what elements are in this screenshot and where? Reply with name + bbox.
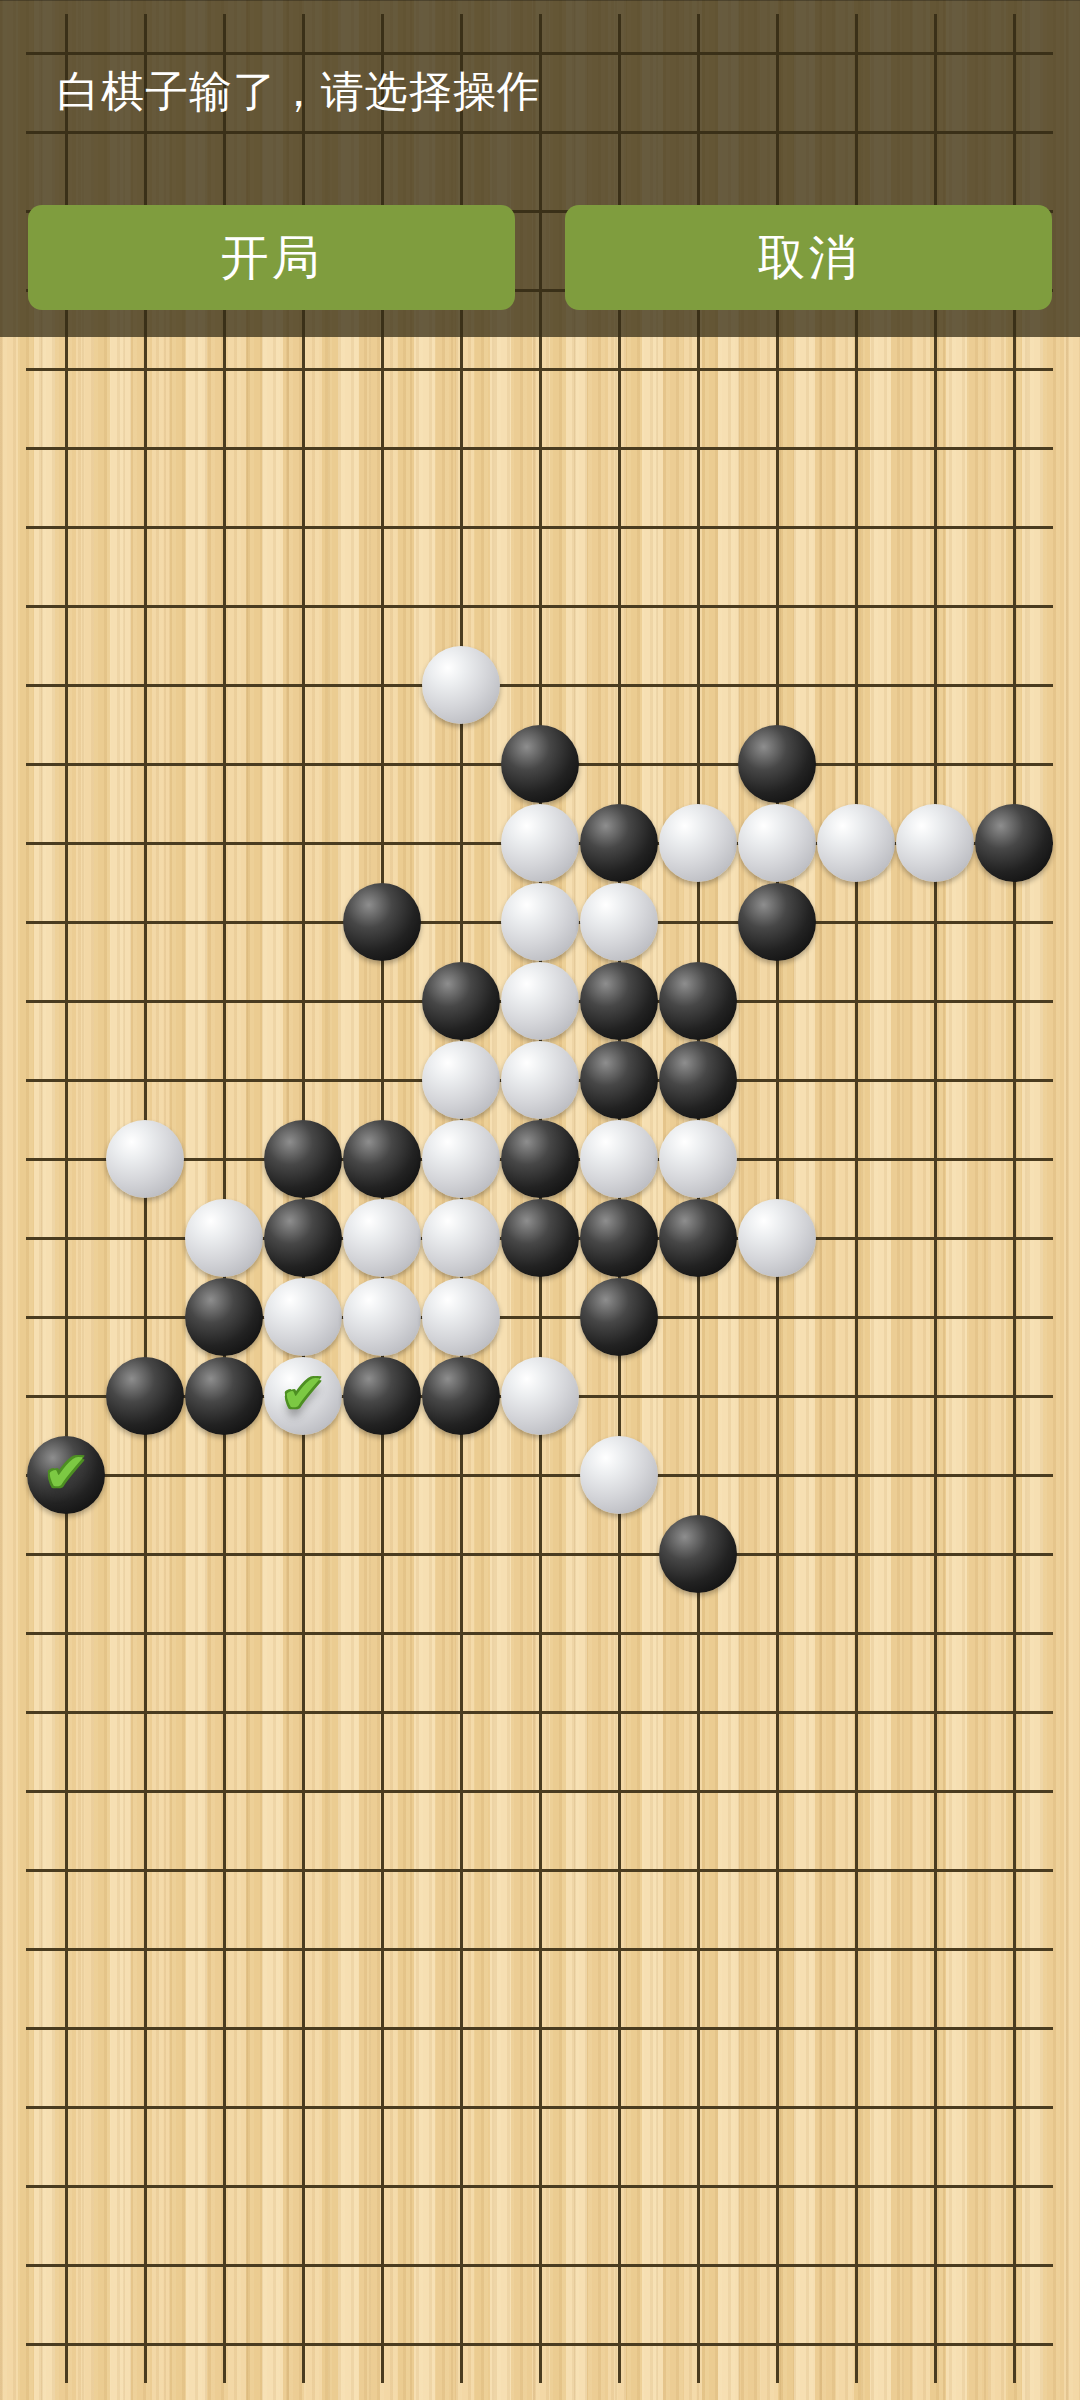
white-stone bbox=[501, 962, 579, 1040]
grid-line-horizontal bbox=[26, 684, 1053, 687]
white-stone bbox=[501, 1041, 579, 1119]
black-stone bbox=[185, 1357, 263, 1435]
grid-line-horizontal bbox=[26, 447, 1053, 450]
grid-line-horizontal bbox=[26, 1869, 1053, 1872]
white-stone bbox=[343, 1199, 421, 1277]
white-stone bbox=[817, 804, 895, 882]
black-stone bbox=[343, 883, 421, 961]
white-stone bbox=[580, 1120, 658, 1198]
black-stone bbox=[659, 962, 737, 1040]
white-stone bbox=[264, 1278, 342, 1356]
gomoku-app-screen: ✔✔ 白棋子输了，请选择操作 开局 取消 bbox=[0, 0, 1080, 2400]
grid-line-horizontal bbox=[26, 2264, 1053, 2267]
white-stone bbox=[422, 1278, 500, 1356]
grid-line-horizontal bbox=[26, 2106, 1053, 2109]
black-stone bbox=[343, 1120, 421, 1198]
black-stone bbox=[659, 1199, 737, 1277]
gomoku-board[interactable]: ✔✔ bbox=[0, 0, 1080, 2400]
last-move-check-icon: ✔ bbox=[43, 1445, 88, 1499]
black-stone bbox=[580, 962, 658, 1040]
white-stone bbox=[659, 804, 737, 882]
black-stone bbox=[659, 1515, 737, 1593]
grid-line-horizontal bbox=[26, 368, 1053, 371]
grid-line-horizontal bbox=[26, 526, 1053, 529]
white-stone bbox=[422, 1120, 500, 1198]
white-stone bbox=[580, 1436, 658, 1514]
new-game-button[interactable]: 开局 bbox=[28, 205, 515, 310]
white-stone bbox=[659, 1120, 737, 1198]
grid-line-horizontal bbox=[26, 1790, 1053, 1793]
black-stone bbox=[264, 1199, 342, 1277]
white-stone bbox=[738, 1199, 816, 1277]
white-stone bbox=[185, 1199, 263, 1277]
black-stone bbox=[975, 804, 1053, 882]
grid-line-horizontal bbox=[26, 1948, 1053, 1951]
white-stone bbox=[501, 804, 579, 882]
grid-line-horizontal bbox=[26, 1632, 1053, 1635]
black-stone: ✔ bbox=[27, 1436, 105, 1514]
white-stone: ✔ bbox=[264, 1357, 342, 1435]
white-stone bbox=[422, 646, 500, 724]
grid-line-horizontal bbox=[26, 2027, 1053, 2030]
white-stone bbox=[422, 1199, 500, 1277]
grid-line-horizontal bbox=[26, 1474, 1053, 1477]
grid-line-horizontal bbox=[26, 2343, 1053, 2346]
black-stone bbox=[580, 804, 658, 882]
black-stone bbox=[343, 1357, 421, 1435]
cancel-button[interactable]: 取消 bbox=[565, 205, 1052, 310]
black-stone bbox=[422, 962, 500, 1040]
black-stone bbox=[185, 1278, 263, 1356]
black-stone bbox=[264, 1120, 342, 1198]
black-stone bbox=[501, 725, 579, 803]
white-stone bbox=[422, 1041, 500, 1119]
grid-line-horizontal bbox=[26, 1316, 1053, 1319]
black-stone bbox=[580, 1041, 658, 1119]
black-stone bbox=[501, 1199, 579, 1277]
grid-line-horizontal bbox=[26, 1553, 1053, 1556]
black-stone bbox=[738, 883, 816, 961]
white-stone bbox=[738, 804, 816, 882]
white-stone bbox=[501, 883, 579, 961]
status-message: 白棋子输了，请选择操作 bbox=[57, 63, 541, 121]
grid-line-horizontal bbox=[26, 1711, 1053, 1714]
black-stone bbox=[106, 1357, 184, 1435]
grid-line-horizontal bbox=[26, 2185, 1053, 2188]
black-stone bbox=[501, 1120, 579, 1198]
black-stone bbox=[580, 1278, 658, 1356]
black-stone bbox=[422, 1357, 500, 1435]
white-stone bbox=[106, 1120, 184, 1198]
last-move-check-icon: ✔ bbox=[280, 1366, 325, 1420]
white-stone bbox=[580, 883, 658, 961]
white-stone bbox=[343, 1278, 421, 1356]
white-stone bbox=[501, 1357, 579, 1435]
status-bar: 白棋子输了，请选择操作 开局 取消 bbox=[0, 0, 1080, 337]
grid-line-horizontal bbox=[26, 605, 1053, 608]
black-stone bbox=[738, 725, 816, 803]
black-stone bbox=[580, 1199, 658, 1277]
white-stone bbox=[896, 804, 974, 882]
black-stone bbox=[659, 1041, 737, 1119]
